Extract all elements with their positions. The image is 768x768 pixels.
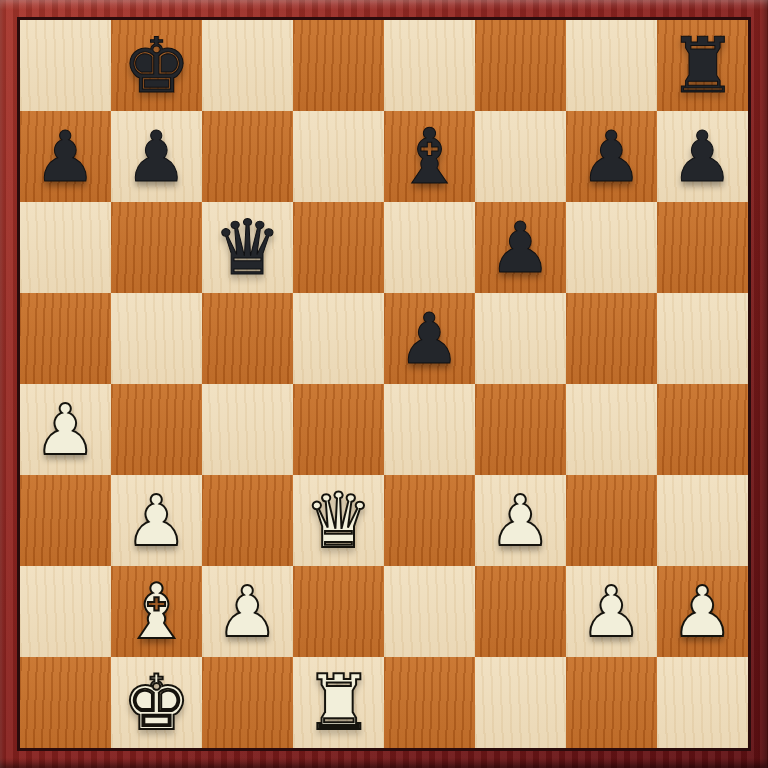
square-c2[interactable]: ♟ bbox=[202, 566, 293, 657]
square-f8[interactable] bbox=[475, 20, 566, 111]
square-c6[interactable]: ♛ bbox=[202, 202, 293, 293]
square-c5[interactable] bbox=[202, 293, 293, 384]
square-b5[interactable] bbox=[111, 293, 202, 384]
white-pawn[interactable]: ♟ bbox=[125, 486, 188, 556]
square-f2[interactable] bbox=[475, 566, 566, 657]
square-e1[interactable] bbox=[384, 657, 475, 748]
square-f1[interactable] bbox=[475, 657, 566, 748]
black-pawn[interactable]: ♟ bbox=[125, 122, 188, 192]
square-h4[interactable] bbox=[657, 384, 748, 475]
square-d6[interactable] bbox=[293, 202, 384, 293]
black-pawn[interactable]: ♟ bbox=[489, 213, 552, 283]
white-pawn[interactable]: ♟ bbox=[671, 577, 734, 647]
square-d2[interactable] bbox=[293, 566, 384, 657]
white-king[interactable]: ♚ bbox=[122, 665, 190, 741]
white-bishop[interactable]: ♝ bbox=[122, 574, 190, 650]
black-bishop[interactable]: ♝ bbox=[395, 119, 463, 195]
square-f7[interactable] bbox=[475, 111, 566, 202]
square-e8[interactable] bbox=[384, 20, 475, 111]
square-e2[interactable] bbox=[384, 566, 475, 657]
square-h7[interactable]: ♟ bbox=[657, 111, 748, 202]
square-d4[interactable] bbox=[293, 384, 384, 475]
square-a7[interactable]: ♟ bbox=[20, 111, 111, 202]
square-c3[interactable] bbox=[202, 475, 293, 566]
square-g1[interactable] bbox=[566, 657, 657, 748]
square-a3[interactable] bbox=[20, 475, 111, 566]
square-d3[interactable]: ♛ bbox=[293, 475, 384, 566]
square-g5[interactable] bbox=[566, 293, 657, 384]
square-f6[interactable]: ♟ bbox=[475, 202, 566, 293]
square-g8[interactable] bbox=[566, 20, 657, 111]
board-frame: ♚♜♟♟♝♟♟♛♟♟♟♟♛♟♝♟♟♟♚♜ bbox=[0, 0, 768, 768]
white-pawn[interactable]: ♟ bbox=[489, 486, 552, 556]
black-pawn[interactable]: ♟ bbox=[580, 122, 643, 192]
white-rook[interactable]: ♜ bbox=[304, 665, 372, 741]
square-a1[interactable] bbox=[20, 657, 111, 748]
square-g7[interactable]: ♟ bbox=[566, 111, 657, 202]
square-e3[interactable] bbox=[384, 475, 475, 566]
square-f3[interactable]: ♟ bbox=[475, 475, 566, 566]
black-king[interactable]: ♚ bbox=[122, 28, 190, 104]
square-b1[interactable]: ♚ bbox=[111, 657, 202, 748]
square-h8[interactable]: ♜ bbox=[657, 20, 748, 111]
square-c8[interactable] bbox=[202, 20, 293, 111]
square-f5[interactable] bbox=[475, 293, 566, 384]
black-pawn[interactable]: ♟ bbox=[671, 122, 734, 192]
square-a4[interactable]: ♟ bbox=[20, 384, 111, 475]
square-b6[interactable] bbox=[111, 202, 202, 293]
white-pawn[interactable]: ♟ bbox=[34, 395, 97, 465]
white-pawn[interactable]: ♟ bbox=[580, 577, 643, 647]
square-d8[interactable] bbox=[293, 20, 384, 111]
square-e5[interactable]: ♟ bbox=[384, 293, 475, 384]
square-b4[interactable] bbox=[111, 384, 202, 475]
square-h2[interactable]: ♟ bbox=[657, 566, 748, 657]
square-h1[interactable] bbox=[657, 657, 748, 748]
black-pawn[interactable]: ♟ bbox=[34, 122, 97, 192]
square-c1[interactable] bbox=[202, 657, 293, 748]
square-a6[interactable] bbox=[20, 202, 111, 293]
square-a5[interactable] bbox=[20, 293, 111, 384]
square-e4[interactable] bbox=[384, 384, 475, 475]
square-h5[interactable] bbox=[657, 293, 748, 384]
square-d7[interactable] bbox=[293, 111, 384, 202]
square-g4[interactable] bbox=[566, 384, 657, 475]
square-h6[interactable] bbox=[657, 202, 748, 293]
square-b2[interactable]: ♝ bbox=[111, 566, 202, 657]
square-h3[interactable] bbox=[657, 475, 748, 566]
square-g3[interactable] bbox=[566, 475, 657, 566]
square-d5[interactable] bbox=[293, 293, 384, 384]
square-c7[interactable] bbox=[202, 111, 293, 202]
black-rook[interactable]: ♜ bbox=[668, 28, 736, 104]
square-c4[interactable] bbox=[202, 384, 293, 475]
square-b7[interactable]: ♟ bbox=[111, 111, 202, 202]
square-e7[interactable]: ♝ bbox=[384, 111, 475, 202]
square-b8[interactable]: ♚ bbox=[111, 20, 202, 111]
square-a8[interactable] bbox=[20, 20, 111, 111]
chess-board: ♚♜♟♟♝♟♟♛♟♟♟♟♛♟♝♟♟♟♚♜ bbox=[17, 17, 751, 751]
square-a2[interactable] bbox=[20, 566, 111, 657]
black-pawn[interactable]: ♟ bbox=[398, 304, 461, 374]
square-b3[interactable]: ♟ bbox=[111, 475, 202, 566]
black-queen[interactable]: ♛ bbox=[213, 210, 281, 286]
white-pawn[interactable]: ♟ bbox=[216, 577, 279, 647]
square-g6[interactable] bbox=[566, 202, 657, 293]
square-d1[interactable]: ♜ bbox=[293, 657, 384, 748]
square-e6[interactable] bbox=[384, 202, 475, 293]
square-f4[interactable] bbox=[475, 384, 566, 475]
white-queen[interactable]: ♛ bbox=[304, 483, 372, 559]
square-g2[interactable]: ♟ bbox=[566, 566, 657, 657]
